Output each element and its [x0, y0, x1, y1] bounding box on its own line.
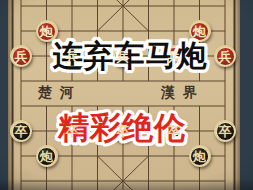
piece-glyph: 兵 [219, 50, 232, 63]
piece-glyph: 炮 [193, 150, 206, 163]
piece-glyph: 炮 [193, 25, 206, 38]
piece-glyph: 兵 [15, 50, 28, 63]
piece-layer: 炮炮兵兵兵兵兵卒卒卒卒卒炮炮 [8, 0, 238, 190]
piece-glyph: 炮 [40, 150, 53, 163]
piece-glyph: 兵 [168, 50, 181, 63]
piece-glyph: 兵 [117, 50, 130, 63]
xiangqi-piece-black-soldier[interactable]: 卒 [214, 120, 236, 142]
piece-glyph: 卒 [219, 125, 232, 138]
piece-glyph: 卒 [15, 125, 28, 138]
piece-glyph: 卒 [168, 125, 181, 138]
xiangqi-piece-red-soldier[interactable]: 兵 [214, 45, 236, 67]
piece-glyph: 卒 [117, 125, 130, 138]
piece-glyph: 卒 [66, 125, 79, 138]
video-frame: 楚河 漢界 炮炮兵兵兵兵兵卒卒卒卒卒炮炮 连弃车马炮 精彩绝伦 [0, 0, 253, 190]
piece-glyph: 炮 [40, 25, 53, 38]
xiangqi-piece-black-soldier[interactable]: 卒 [10, 120, 32, 142]
xiangqi-piece-black-cannon[interactable]: 炮 [36, 145, 58, 167]
piece-glyph: 兵 [66, 50, 79, 63]
xiangqi-piece-red-soldier[interactable]: 兵 [10, 45, 32, 67]
xiangqi-piece-black-cannon[interactable]: 炮 [189, 145, 211, 167]
